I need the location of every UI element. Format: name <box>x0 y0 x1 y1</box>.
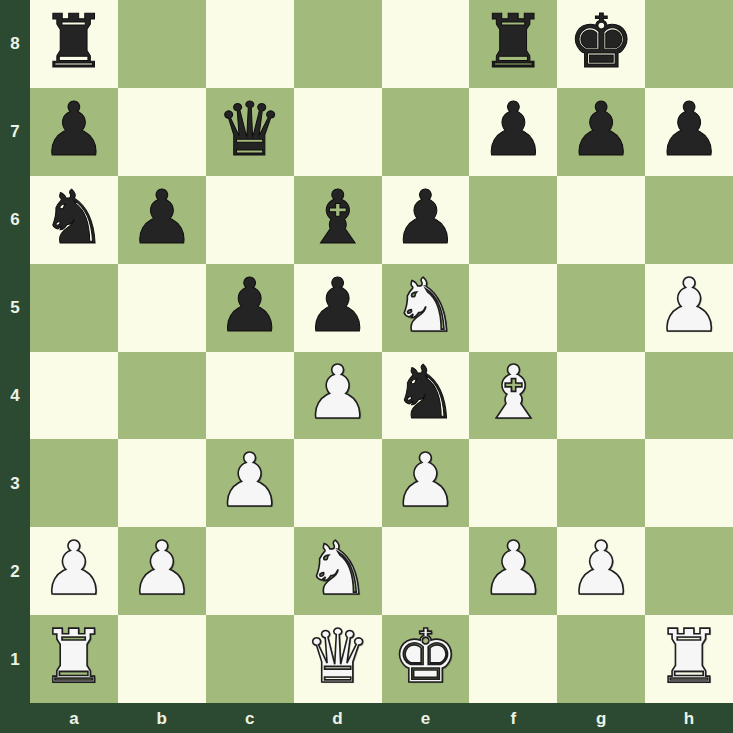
square-g5[interactable] <box>557 264 645 352</box>
square-a8[interactable]: ♜ <box>30 0 118 88</box>
square-e1[interactable]: ♚ <box>382 615 470 703</box>
piece-white-knight[interactable]: ♞ <box>392 268 458 342</box>
square-b4[interactable] <box>118 352 206 440</box>
square-e5[interactable]: ♞ <box>382 264 470 352</box>
piece-white-pawn[interactable]: ♟ <box>217 443 283 517</box>
file-label-h: h <box>645 703 733 733</box>
file-label-g: g <box>557 703 645 733</box>
piece-black-pawn[interactable]: ♟ <box>568 92 634 166</box>
file-labels: abcdefgh <box>30 703 733 733</box>
piece-black-pawn[interactable]: ♟ <box>480 92 546 166</box>
piece-white-king[interactable]: ♚ <box>392 619 458 693</box>
rank-label-1: 1 <box>0 615 30 703</box>
square-f8[interactable]: ♜ <box>469 0 557 88</box>
square-h5[interactable]: ♟ <box>645 264 733 352</box>
square-g3[interactable] <box>557 439 645 527</box>
square-e8[interactable] <box>382 0 470 88</box>
square-h7[interactable]: ♟ <box>645 88 733 176</box>
square-a2[interactable]: ♟ <box>30 527 118 615</box>
file-label-f: f <box>469 703 557 733</box>
piece-black-pawn[interactable]: ♟ <box>41 92 107 166</box>
square-b5[interactable] <box>118 264 206 352</box>
piece-black-pawn[interactable]: ♟ <box>129 180 195 254</box>
piece-white-knight[interactable]: ♞ <box>304 531 370 605</box>
piece-black-pawn[interactable]: ♟ <box>656 92 722 166</box>
square-h6[interactable] <box>645 176 733 264</box>
square-g8[interactable]: ♚ <box>557 0 645 88</box>
square-d4[interactable]: ♟ <box>294 352 382 440</box>
piece-white-pawn[interactable]: ♟ <box>656 268 722 342</box>
square-e2[interactable] <box>382 527 470 615</box>
square-d1[interactable]: ♛ <box>294 615 382 703</box>
square-f4[interactable]: ♝ <box>469 352 557 440</box>
square-g6[interactable] <box>557 176 645 264</box>
file-label-a: a <box>30 703 118 733</box>
rank-labels: 87654321 <box>0 0 30 703</box>
square-b7[interactable] <box>118 88 206 176</box>
rank-label-2: 2 <box>0 527 30 615</box>
square-c8[interactable] <box>206 0 294 88</box>
rank-label-7: 7 <box>0 88 30 176</box>
square-h8[interactable] <box>645 0 733 88</box>
rank-label-4: 4 <box>0 352 30 440</box>
square-b8[interactable] <box>118 0 206 88</box>
piece-white-bishop[interactable]: ♝ <box>480 355 546 429</box>
square-h1[interactable]: ♜ <box>645 615 733 703</box>
square-e4[interactable]: ♞ <box>382 352 470 440</box>
square-c6[interactable] <box>206 176 294 264</box>
square-d2[interactable]: ♞ <box>294 527 382 615</box>
piece-black-pawn[interactable]: ♟ <box>217 268 283 342</box>
rank-label-6: 6 <box>0 176 30 264</box>
square-c3[interactable]: ♟ <box>206 439 294 527</box>
piece-black-knight[interactable]: ♞ <box>392 355 458 429</box>
piece-white-pawn[interactable]: ♟ <box>392 443 458 517</box>
square-b6[interactable]: ♟ <box>118 176 206 264</box>
square-d6[interactable]: ♝ <box>294 176 382 264</box>
square-f5[interactable] <box>469 264 557 352</box>
file-label-c: c <box>206 703 294 733</box>
piece-black-queen[interactable]: ♛ <box>217 92 283 166</box>
square-g7[interactable]: ♟ <box>557 88 645 176</box>
piece-black-rook[interactable]: ♜ <box>41 4 107 78</box>
square-c7[interactable]: ♛ <box>206 88 294 176</box>
square-g4[interactable] <box>557 352 645 440</box>
square-h4[interactable] <box>645 352 733 440</box>
square-a7[interactable]: ♟ <box>30 88 118 176</box>
piece-white-pawn[interactable]: ♟ <box>480 531 546 605</box>
square-a5[interactable] <box>30 264 118 352</box>
square-d3[interactable] <box>294 439 382 527</box>
square-e3[interactable]: ♟ <box>382 439 470 527</box>
square-c5[interactable]: ♟ <box>206 264 294 352</box>
rank-label-8: 8 <box>0 0 30 88</box>
square-c4[interactable] <box>206 352 294 440</box>
square-f7[interactable]: ♟ <box>469 88 557 176</box>
square-f3[interactable] <box>469 439 557 527</box>
piece-black-rook[interactable]: ♜ <box>480 4 546 78</box>
square-d8[interactable] <box>294 0 382 88</box>
piece-black-bishop[interactable]: ♝ <box>304 180 370 254</box>
piece-black-knight[interactable]: ♞ <box>41 180 107 254</box>
rank-label-3: 3 <box>0 439 30 527</box>
square-b2[interactable]: ♟ <box>118 527 206 615</box>
rank-label-5: 5 <box>0 264 30 352</box>
square-b3[interactable] <box>118 439 206 527</box>
piece-white-pawn[interactable]: ♟ <box>568 531 634 605</box>
square-c1[interactable] <box>206 615 294 703</box>
square-e6[interactable]: ♟ <box>382 176 470 264</box>
piece-white-rook[interactable]: ♜ <box>656 619 722 693</box>
square-c2[interactable] <box>206 527 294 615</box>
board-corner <box>0 703 30 733</box>
file-label-d: d <box>294 703 382 733</box>
square-g1[interactable] <box>557 615 645 703</box>
square-f1[interactable] <box>469 615 557 703</box>
piece-white-pawn[interactable]: ♟ <box>304 355 370 429</box>
square-h3[interactable] <box>645 439 733 527</box>
file-label-b: b <box>118 703 206 733</box>
square-a1[interactable]: ♜ <box>30 615 118 703</box>
piece-black-pawn[interactable]: ♟ <box>392 180 458 254</box>
square-b1[interactable] <box>118 615 206 703</box>
square-a6[interactable]: ♞ <box>30 176 118 264</box>
square-d7[interactable] <box>294 88 382 176</box>
square-g2[interactable]: ♟ <box>557 527 645 615</box>
chessboard[interactable]: ♜♜♚♟♛♟♟♟♞♟♝♟♟♟♞♟♟♞♝♟♟♟♟♞♟♟♜♛♚♜ <box>30 0 733 703</box>
piece-black-pawn[interactable]: ♟ <box>304 268 370 342</box>
file-label-e: e <box>382 703 470 733</box>
square-e7[interactable] <box>382 88 470 176</box>
chessboard-frame: 87654321 ♜♜♚♟♛♟♟♟♞♟♝♟♟♟♞♟♟♞♝♟♟♟♟♞♟♟♜♛♚♜ … <box>0 0 733 733</box>
square-h2[interactable] <box>645 527 733 615</box>
square-f6[interactable] <box>469 176 557 264</box>
square-d5[interactable]: ♟ <box>294 264 382 352</box>
piece-white-pawn[interactable]: ♟ <box>41 531 107 605</box>
square-a4[interactable] <box>30 352 118 440</box>
piece-white-queen[interactable]: ♛ <box>304 619 370 693</box>
piece-white-rook[interactable]: ♜ <box>41 619 107 693</box>
square-a3[interactable] <box>30 439 118 527</box>
square-f2[interactable]: ♟ <box>469 527 557 615</box>
piece-white-pawn[interactable]: ♟ <box>129 531 195 605</box>
piece-black-king[interactable]: ♚ <box>568 4 634 78</box>
